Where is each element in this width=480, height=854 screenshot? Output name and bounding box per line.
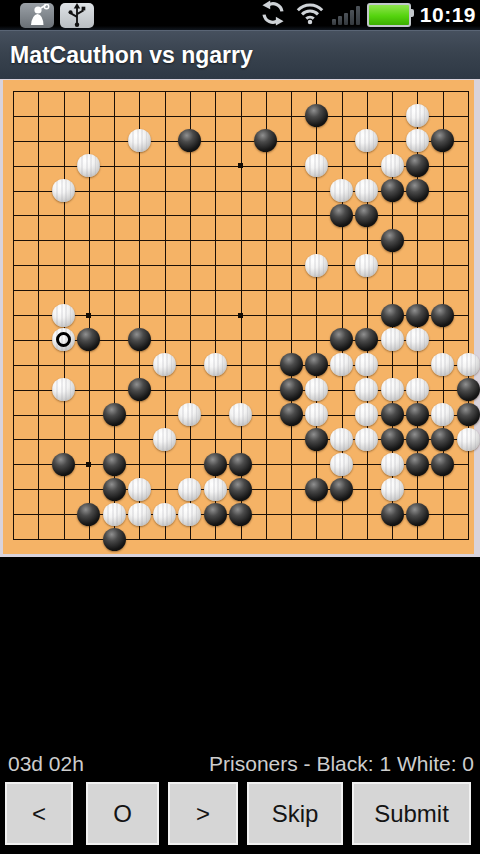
page-title: MatCauthon vs ngarry — [10, 42, 253, 69]
prev-move-button[interactable]: < — [5, 782, 73, 845]
stone-white — [77, 154, 100, 177]
stone-black — [431, 304, 454, 327]
stone-white — [330, 179, 353, 202]
grid-line-v — [468, 91, 469, 540]
stone-black — [103, 403, 126, 426]
stone-black — [229, 453, 252, 476]
stone-black — [305, 478, 328, 501]
time-remaining: 03d 02h — [8, 752, 84, 776]
stone-black — [406, 403, 429, 426]
stone-black — [103, 528, 126, 551]
goban[interactable] — [3, 80, 474, 554]
stone-white — [178, 478, 201, 501]
stone-black — [381, 403, 404, 426]
stone-black — [280, 378, 303, 401]
next-move-button[interactable]: > — [168, 782, 238, 845]
stone-black — [406, 154, 429, 177]
stone-black — [406, 179, 429, 202]
stone-white — [52, 304, 75, 327]
grid-line-v — [291, 91, 292, 540]
stone-black — [330, 478, 353, 501]
stone-black — [77, 328, 100, 351]
last-move-marker — [56, 332, 71, 347]
stone-white — [178, 403, 201, 426]
stone-black — [406, 428, 429, 451]
current-move-button[interactable]: O — [86, 782, 159, 845]
stone-white — [406, 129, 429, 152]
stone-white — [330, 353, 353, 376]
stone-white — [229, 403, 252, 426]
stone-black — [128, 328, 151, 351]
stone-black — [103, 478, 126, 501]
stone-white — [330, 428, 353, 451]
prisoners-count: Prisoners - Black: 1 White: 0 — [209, 752, 474, 776]
stone-white — [355, 353, 378, 376]
stone-white — [305, 254, 328, 277]
submit-button[interactable]: Submit — [352, 782, 471, 845]
stone-black — [457, 403, 480, 426]
stone-black — [406, 503, 429, 526]
grid-line-v — [367, 91, 368, 540]
stone-white — [381, 453, 404, 476]
stone-white — [355, 179, 378, 202]
stone-white — [406, 378, 429, 401]
wifi-icon — [295, 1, 325, 29]
stone-black — [431, 453, 454, 476]
stone-white — [204, 353, 227, 376]
title-bar: MatCauthon vs ngarry — [0, 30, 480, 79]
stone-white — [52, 179, 75, 202]
skip-button[interactable]: Skip — [247, 782, 343, 845]
stone-black — [280, 353, 303, 376]
stone-white — [128, 503, 151, 526]
stone-white — [52, 378, 75, 401]
stone-white — [431, 403, 454, 426]
star-point — [86, 313, 91, 318]
stone-black — [204, 503, 227, 526]
stone-white — [381, 154, 404, 177]
star-point — [86, 462, 91, 467]
star-point — [238, 313, 243, 318]
stone-black — [406, 453, 429, 476]
stone-white — [128, 129, 151, 152]
grid-line-v — [266, 91, 267, 540]
clock: 10:19 — [420, 3, 476, 27]
app-notification-icon — [20, 3, 54, 28]
signal-strength-icon — [332, 5, 360, 25]
stone-black — [204, 453, 227, 476]
stone-white — [355, 254, 378, 277]
stone-white — [431, 353, 454, 376]
stone-black — [305, 104, 328, 127]
stone-black — [355, 204, 378, 227]
stone-black — [178, 129, 201, 152]
stone-black — [305, 353, 328, 376]
battery-icon — [367, 3, 411, 27]
stone-white — [406, 104, 429, 127]
stone-white — [381, 378, 404, 401]
stone-white — [305, 403, 328, 426]
stone-black — [305, 428, 328, 451]
stone-white — [305, 378, 328, 401]
stone-white — [330, 453, 353, 476]
stone-white — [355, 378, 378, 401]
stone-black — [381, 179, 404, 202]
stone-black — [254, 129, 277, 152]
stone-black — [381, 304, 404, 327]
stone-black — [229, 503, 252, 526]
stone-black — [431, 129, 454, 152]
button-row: < O > Skip Submit — [0, 782, 480, 845]
stone-white — [457, 428, 480, 451]
usb-icon — [60, 3, 94, 28]
stone-black — [406, 304, 429, 327]
stone-black — [280, 403, 303, 426]
stone-white — [103, 503, 126, 526]
stone-white — [153, 353, 176, 376]
stone-black — [381, 428, 404, 451]
stone-white — [381, 328, 404, 351]
stone-white — [355, 403, 378, 426]
footer-info: 03d 02h Prisoners - Black: 1 White: 0 — [0, 749, 480, 779]
stone-white — [153, 428, 176, 451]
stone-black — [77, 503, 100, 526]
stone-black — [381, 503, 404, 526]
stone-white — [128, 478, 151, 501]
grid-line-h — [13, 365, 469, 366]
stone-white — [406, 328, 429, 351]
stone-white — [153, 503, 176, 526]
stone-black — [355, 328, 378, 351]
stone-white — [355, 428, 378, 451]
stone-black — [128, 378, 151, 401]
stone-white — [305, 154, 328, 177]
stone-white — [178, 503, 201, 526]
stone-white — [204, 478, 227, 501]
stone-black — [330, 204, 353, 227]
stone-white — [457, 353, 480, 376]
star-point — [238, 163, 243, 168]
status-bar: 10:19 — [0, 0, 480, 30]
stone-white — [381, 478, 404, 501]
stone-white — [52, 328, 75, 351]
grid-line-h — [13, 539, 469, 540]
sync-icon — [258, 0, 288, 30]
stone-black — [330, 328, 353, 351]
stone-black — [431, 428, 454, 451]
stone-white — [355, 129, 378, 152]
stone-black — [381, 229, 404, 252]
stone-black — [103, 453, 126, 476]
stone-black — [229, 478, 252, 501]
stone-black — [52, 453, 75, 476]
stone-black — [457, 378, 480, 401]
board-frame — [0, 79, 480, 557]
